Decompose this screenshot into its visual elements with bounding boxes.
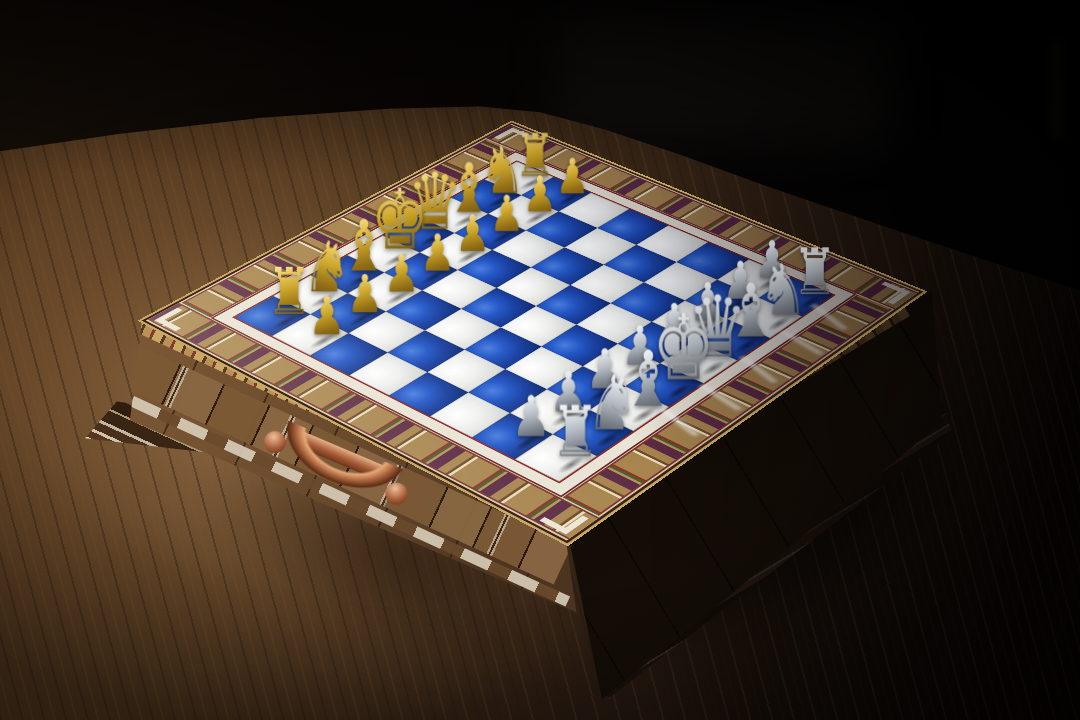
board-grid: ♜♞♝♚♛♝♞♜♟♟♟♟♟♟♟♟♟♟♟♟♟♟♟♟♜♞♝♚♛♝♞♜	[235, 162, 833, 482]
chess-board: ♜♞♝♚♛♝♞♜♟♟♟♟♟♟♟♟♟♟♟♟♟♟♟♟♜♞♝♚♛♝♞♜	[137, 121, 927, 547]
square-r4c4[interactable]	[536, 285, 611, 325]
piece-glyph: ♟	[346, 268, 383, 320]
gold-pawn[interactable]: ♟	[303, 290, 351, 343]
board-perspective: ♜♞♝♚♛♝♞♜♟♟♟♟♟♟♟♟♟♟♟♟♟♟♟♟♜♞♝♚♛♝♞♜	[0, 0, 1080, 720]
scene: ♜♞♝♚♛♝♞♜♟♟♟♟♟♟♟♟♟♟♟♟♟♟♟♟♜♞♝♚♛♝♞♜	[0, 0, 1080, 720]
piece-glyph: ♟	[383, 248, 419, 300]
piece-glyph: ♜	[550, 397, 599, 467]
silver-rook[interactable]: ♜	[543, 397, 606, 467]
piece-glyph: ♟	[308, 290, 345, 343]
